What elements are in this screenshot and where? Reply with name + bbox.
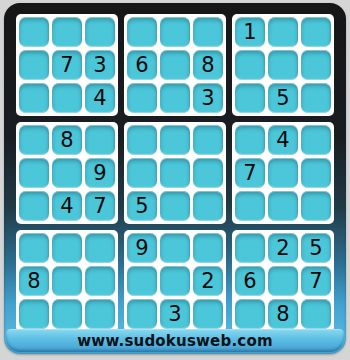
cell-r7c9[interactable]: 5 [301,233,331,263]
cell-r3c5[interactable] [160,83,190,113]
cell-r7c7[interactable] [235,233,265,263]
cell-r5c1[interactable] [19,158,49,188]
cell-r4c7[interactable] [235,125,265,155]
box-r1c3: 15 [232,14,334,116]
cell-r9c9[interactable] [301,299,331,329]
cell-r2c6[interactable]: 8 [193,50,223,80]
cell-r6c8[interactable] [268,191,298,221]
cell-r9c8[interactable]: 8 [268,299,298,329]
cell-r4c4[interactable] [127,125,157,155]
cell-r3c8[interactable]: 5 [268,83,298,113]
cell-r3c9[interactable] [301,83,331,113]
cell-r8c9[interactable]: 7 [301,266,331,296]
cell-r1c2[interactable] [52,17,82,47]
cell-r6c3[interactable]: 7 [85,191,115,221]
cell-r2c7[interactable] [235,50,265,80]
box-r2c1: 8947 [16,122,118,224]
cell-r3c1[interactable] [19,83,49,113]
cell-r8c1[interactable]: 8 [19,266,49,296]
cell-r7c6[interactable] [193,233,223,263]
cell-r5c6[interactable] [193,158,223,188]
cell-r3c6[interactable]: 3 [193,83,223,113]
page: { "game": "sudoku", "position": "......1… [0,0,350,360]
cell-r2c3[interactable]: 3 [85,50,115,80]
box-r3c3: 25678 [232,230,334,332]
cell-r6c5[interactable] [160,191,190,221]
box-r2c3: 47 [232,122,334,224]
cell-r9c6[interactable] [193,299,223,329]
cell-r1c4[interactable] [127,17,157,47]
cell-r6c2[interactable]: 4 [52,191,82,221]
cell-r1c9[interactable] [301,17,331,47]
cell-r5c7[interactable]: 7 [235,158,265,188]
cell-r8c2[interactable] [52,266,82,296]
cell-r2c8[interactable] [268,50,298,80]
cell-r8c8[interactable] [268,266,298,296]
cell-r7c5[interactable] [160,233,190,263]
cell-r4c6[interactable] [193,125,223,155]
cell-r9c3[interactable] [85,299,115,329]
cell-r5c9[interactable] [301,158,331,188]
sudoku-grid: 734683158947547892325678 [16,14,334,332]
cell-r7c2[interactable] [52,233,82,263]
cell-r3c3[interactable]: 4 [85,83,115,113]
cell-r9c1[interactable] [19,299,49,329]
cell-r1c8[interactable] [268,17,298,47]
cell-r5c4[interactable] [127,158,157,188]
cell-r7c8[interactable]: 2 [268,233,298,263]
cell-r6c6[interactable] [193,191,223,221]
cell-r3c7[interactable] [235,83,265,113]
box-r3c2: 923 [124,230,226,332]
cell-r2c5[interactable] [160,50,190,80]
cell-r6c4[interactable]: 5 [127,191,157,221]
cell-r6c1[interactable] [19,191,49,221]
box-r1c1: 734 [16,14,118,116]
cell-r5c3[interactable]: 9 [85,158,115,188]
cell-r6c9[interactable] [301,191,331,221]
cell-r4c5[interactable] [160,125,190,155]
cell-r3c4[interactable] [127,83,157,113]
cell-r7c4[interactable]: 9 [127,233,157,263]
cell-r1c6[interactable] [193,17,223,47]
box-r2c2: 5 [124,122,226,224]
cell-r8c3[interactable] [85,266,115,296]
cell-r4c8[interactable]: 4 [268,125,298,155]
cell-r5c8[interactable] [268,158,298,188]
cell-r3c2[interactable] [52,83,82,113]
cell-r2c1[interactable] [19,50,49,80]
cell-r4c9[interactable] [301,125,331,155]
box-r3c1: 8 [16,230,118,332]
cell-r4c3[interactable] [85,125,115,155]
cell-r1c7[interactable]: 1 [235,17,265,47]
cell-r1c1[interactable] [19,17,49,47]
sudoku-board: 734683158947547892325678 www.sudokusweb.… [4,3,346,354]
cell-r9c2[interactable] [52,299,82,329]
cell-r2c4[interactable]: 6 [127,50,157,80]
cell-r5c5[interactable] [160,158,190,188]
cell-r2c2[interactable]: 7 [52,50,82,80]
cell-r4c2[interactable]: 8 [52,125,82,155]
site-url: www.sudokusweb.com [77,332,272,350]
cell-r6c7[interactable] [235,191,265,221]
cell-r8c7[interactable]: 6 [235,266,265,296]
cell-r4c1[interactable] [19,125,49,155]
cell-r1c3[interactable] [85,17,115,47]
cell-r2c9[interactable] [301,50,331,80]
footer-bar: www.sudokusweb.com [6,329,344,352]
cell-r9c5[interactable]: 3 [160,299,190,329]
cell-r8c6[interactable]: 2 [193,266,223,296]
cell-r5c2[interactable] [52,158,82,188]
cell-r8c5[interactable] [160,266,190,296]
cell-r7c1[interactable] [19,233,49,263]
cell-r7c3[interactable] [85,233,115,263]
cell-r8c4[interactable] [127,266,157,296]
cell-r9c7[interactable] [235,299,265,329]
cell-r9c4[interactable] [127,299,157,329]
box-r1c2: 683 [124,14,226,116]
cell-r1c5[interactable] [160,17,190,47]
